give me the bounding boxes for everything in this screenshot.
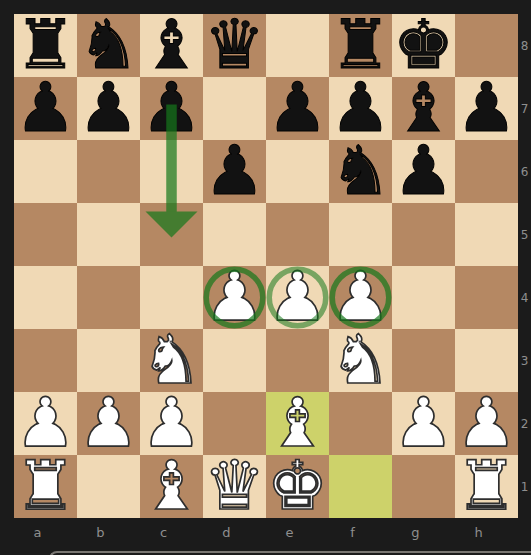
white-pawn[interactable]: ♟ bbox=[15, 391, 76, 454]
rank-label-7: 7 bbox=[518, 77, 531, 140]
square-a1[interactable]: ♜ bbox=[14, 455, 77, 518]
square-d3[interactable] bbox=[203, 329, 266, 392]
white-rook[interactable]: ♜ bbox=[456, 454, 517, 517]
file-label-d: d bbox=[195, 518, 258, 546]
black-knight[interactable]: ♞ bbox=[330, 139, 391, 202]
rank-label-6: 6 bbox=[518, 140, 531, 203]
white-pawn[interactable]: ♟ bbox=[267, 265, 328, 328]
square-f3[interactable]: ♞ bbox=[329, 329, 392, 392]
white-rook[interactable]: ♜ bbox=[15, 454, 76, 517]
square-f2[interactable] bbox=[329, 392, 392, 455]
black-rook[interactable]: ♜ bbox=[15, 13, 76, 76]
white-king[interactable]: ♚ bbox=[267, 454, 328, 517]
square-h4[interactable] bbox=[455, 266, 518, 329]
rank-label-4: 4 bbox=[518, 266, 531, 329]
square-b5[interactable] bbox=[77, 203, 140, 266]
square-b2[interactable]: ♟ bbox=[77, 392, 140, 455]
square-h7[interactable]: ♟ bbox=[455, 77, 518, 140]
black-queen[interactable]: ♛ bbox=[204, 13, 265, 76]
white-pawn[interactable]: ♟ bbox=[456, 391, 517, 454]
chess-board: ♜♞♝♛♜♚♟♟♟♟♟♝♟♟♞♟♟♟♟♞♞♟♟♟♝♟♟♜♝♛♚♜ bbox=[14, 14, 518, 518]
black-bishop[interactable]: ♝ bbox=[141, 13, 202, 76]
file-label-b: b bbox=[69, 518, 132, 546]
black-pawn[interactable]: ♟ bbox=[393, 139, 454, 202]
rank-coordinates: 87654321 bbox=[518, 14, 531, 518]
rank-label-8: 8 bbox=[518, 14, 531, 77]
black-pawn[interactable]: ♟ bbox=[141, 76, 202, 139]
square-h1[interactable]: ♜ bbox=[455, 455, 518, 518]
square-f6[interactable]: ♞ bbox=[329, 140, 392, 203]
black-pawn[interactable]: ♟ bbox=[15, 76, 76, 139]
white-pawn[interactable]: ♟ bbox=[204, 265, 265, 328]
white-pawn[interactable]: ♟ bbox=[78, 391, 139, 454]
rank-label-5: 5 bbox=[518, 203, 531, 266]
rank-label-1: 1 bbox=[518, 455, 531, 518]
file-coordinates: abcdefgh bbox=[14, 518, 518, 546]
white-pawn[interactable]: ♟ bbox=[330, 265, 391, 328]
file-label-a: a bbox=[6, 518, 69, 546]
black-bishop[interactable]: ♝ bbox=[393, 76, 454, 139]
white-bishop[interactable]: ♝ bbox=[267, 391, 328, 454]
square-e6[interactable] bbox=[266, 140, 329, 203]
rank-label-2: 2 bbox=[518, 392, 531, 455]
black-pawn[interactable]: ♟ bbox=[267, 76, 328, 139]
file-label-f: f bbox=[321, 518, 384, 546]
square-b7[interactable]: ♟ bbox=[77, 77, 140, 140]
chess-analysis-board: ♜♞♝♛♜♚♟♟♟♟♟♝♟♟♞♟♟♟♟♞♞♟♟♟♝♟♟♜♝♛♚♜ abcdefg… bbox=[0, 0, 531, 555]
square-d4[interactable]: ♟ bbox=[203, 266, 266, 329]
black-rook[interactable]: ♜ bbox=[330, 13, 391, 76]
square-a5[interactable] bbox=[14, 203, 77, 266]
white-bishop[interactable]: ♝ bbox=[141, 454, 202, 517]
black-king[interactable]: ♚ bbox=[393, 13, 454, 76]
square-a4[interactable] bbox=[14, 266, 77, 329]
square-d1[interactable]: ♛ bbox=[203, 455, 266, 518]
square-d6[interactable]: ♟ bbox=[203, 140, 266, 203]
square-h5[interactable] bbox=[455, 203, 518, 266]
square-a6[interactable] bbox=[14, 140, 77, 203]
white-queen[interactable]: ♛ bbox=[204, 454, 265, 517]
square-c6[interactable] bbox=[140, 140, 203, 203]
white-pawn[interactable]: ♟ bbox=[141, 391, 202, 454]
black-pawn[interactable]: ♟ bbox=[456, 76, 517, 139]
square-g4[interactable] bbox=[392, 266, 455, 329]
square-a7[interactable]: ♟ bbox=[14, 77, 77, 140]
bottom-panel-edge bbox=[49, 551, 531, 555]
square-e7[interactable]: ♟ bbox=[266, 77, 329, 140]
square-c7[interactable]: ♟ bbox=[140, 77, 203, 140]
square-d8[interactable]: ♛ bbox=[203, 14, 266, 77]
black-pawn[interactable]: ♟ bbox=[204, 139, 265, 202]
square-g6[interactable]: ♟ bbox=[392, 140, 455, 203]
white-knight[interactable]: ♞ bbox=[330, 328, 391, 391]
black-knight[interactable]: ♞ bbox=[78, 13, 139, 76]
square-g1[interactable] bbox=[392, 455, 455, 518]
black-pawn[interactable]: ♟ bbox=[78, 76, 139, 139]
rank-label-3: 3 bbox=[518, 329, 531, 392]
square-g2[interactable]: ♟ bbox=[392, 392, 455, 455]
file-label-h: h bbox=[447, 518, 510, 546]
square-f1[interactable] bbox=[329, 455, 392, 518]
square-e4[interactable]: ♟ bbox=[266, 266, 329, 329]
white-pawn[interactable]: ♟ bbox=[393, 391, 454, 454]
square-b6[interactable] bbox=[77, 140, 140, 203]
file-label-e: e bbox=[258, 518, 321, 546]
square-c5[interactable] bbox=[140, 203, 203, 266]
file-label-c: c bbox=[132, 518, 195, 546]
white-knight[interactable]: ♞ bbox=[141, 328, 202, 391]
square-b4[interactable] bbox=[77, 266, 140, 329]
black-pawn[interactable]: ♟ bbox=[330, 76, 391, 139]
square-h6[interactable] bbox=[455, 140, 518, 203]
file-label-g: g bbox=[384, 518, 447, 546]
square-e1[interactable]: ♚ bbox=[266, 455, 329, 518]
square-b1[interactable] bbox=[77, 455, 140, 518]
square-g5[interactable] bbox=[392, 203, 455, 266]
square-c1[interactable]: ♝ bbox=[140, 455, 203, 518]
